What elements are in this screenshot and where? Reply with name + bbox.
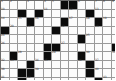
black-cell [61,1,69,9]
clue-number: 36 [78,59,82,62]
clue-number: 15 [18,17,22,20]
clue-number: 12 [69,8,73,11]
white-cell[interactable] [69,44,77,52]
white-cell[interactable] [112,78,116,81]
white-cell[interactable] [52,69,60,77]
white-cell[interactable] [86,1,94,9]
white-cell[interactable]: 41 [1,78,9,81]
white-cell[interactable]: 29 [52,52,60,60]
white-cell[interactable]: 15 [18,18,26,26]
white-cell[interactable] [112,18,116,26]
white-cell[interactable] [103,27,111,35]
white-cell[interactable] [44,35,52,43]
white-cell[interactable] [112,69,116,77]
white-cell[interactable] [95,44,103,52]
white-cell[interactable] [61,10,69,18]
clue-number: 1 [1,0,3,2]
white-cell[interactable] [103,52,111,60]
black-cell [27,61,35,69]
white-cell[interactable] [27,44,35,52]
white-cell[interactable] [78,18,86,26]
white-cell[interactable] [35,44,43,52]
white-cell[interactable] [69,69,77,77]
clue-number: 3 [27,0,29,2]
white-cell[interactable] [69,78,77,81]
white-cell[interactable] [95,35,103,43]
white-cell[interactable] [27,35,35,43]
white-cell[interactable] [10,35,18,43]
clue-number: 43 [103,76,107,79]
white-cell[interactable] [27,52,35,60]
clue-number: 13 [95,8,99,11]
white-cell[interactable]: 18 [86,18,94,26]
white-cell[interactable]: 6 [78,1,86,9]
crossword-puzzle-screenshot: 1234567891011121314151617181920212223242… [0,0,115,80]
clue-number: 41 [1,76,5,79]
white-cell[interactable] [86,78,94,81]
white-cell[interactable] [61,61,69,69]
white-cell[interactable] [18,61,26,69]
white-cell[interactable] [69,35,77,43]
white-cell[interactable] [44,18,52,26]
clue-number: 7 [95,0,97,2]
white-cell[interactable] [112,10,116,18]
white-cell[interactable] [103,61,111,69]
white-cell[interactable]: 23 [95,27,103,35]
clue-number: 19 [103,17,107,20]
clue-number: 21 [27,25,31,28]
white-cell[interactable] [112,35,116,43]
white-cell[interactable] [18,27,26,35]
white-cell[interactable] [10,69,18,77]
white-cell[interactable]: 33 [10,61,18,69]
white-cell[interactable]: 43 [103,78,111,81]
white-cell[interactable] [61,78,69,81]
white-cell[interactable] [69,27,77,35]
white-cell[interactable] [44,69,52,77]
white-cell[interactable]: 21 [27,27,35,35]
clue-number: 4 [44,0,46,2]
clue-number: 5 [52,0,54,2]
white-cell[interactable] [103,35,111,43]
white-cell[interactable]: 9 [112,1,116,9]
clue-number: 20 [10,25,14,28]
black-cell [78,35,86,43]
clue-number: 17 [69,17,73,20]
white-cell[interactable]: 25 [86,35,94,43]
clue-number: 11 [44,8,48,11]
white-cell[interactable] [61,52,69,60]
white-cell[interactable] [44,27,52,35]
black-cell [18,78,26,81]
black-cell [95,78,103,81]
white-cell[interactable] [78,10,86,18]
clue-number: 30 [86,51,90,54]
white-cell[interactable] [52,78,60,81]
white-cell[interactable]: 17 [69,18,77,26]
clue-number: 6 [78,0,80,2]
clue-number: 26 [1,42,5,45]
white-cell[interactable]: 42 [27,78,35,81]
white-cell[interactable] [35,78,43,81]
white-cell[interactable] [69,52,77,60]
white-cell[interactable] [35,27,43,35]
white-cell[interactable] [78,78,86,81]
clue-number: 9 [112,0,114,2]
white-cell[interactable] [35,35,43,43]
white-cell[interactable]: 35 [44,61,52,69]
white-cell[interactable]: 8 [103,1,111,9]
white-cell[interactable]: 36 [78,61,86,69]
white-cell[interactable]: 20 [10,27,18,35]
clue-number: 16 [35,17,39,20]
white-cell[interactable] [10,10,18,18]
clue-number: 32 [1,59,5,62]
white-cell[interactable]: 16 [35,18,43,26]
black-cell [86,69,94,77]
white-cell[interactable]: 26 [1,44,9,52]
clue-number: 25 [86,34,90,37]
white-cell[interactable] [18,1,26,9]
white-cell[interactable]: 13 [95,10,103,18]
white-cell[interactable]: 3 [27,1,35,9]
clue-number: 35 [44,59,48,62]
black-cell [18,69,26,77]
clue-number: 31 [112,51,115,54]
clue-number: 24 [1,34,5,37]
white-cell[interactable] [78,69,86,77]
white-cell[interactable]: 22 [61,27,69,35]
clue-number: 33 [10,59,14,62]
white-cell[interactable] [27,10,35,18]
clue-number: 39 [35,68,39,71]
clue-number: 42 [27,76,31,79]
white-cell[interactable] [78,27,86,35]
white-cell[interactable]: 39 [35,69,43,77]
clue-number: 29 [52,51,56,54]
clue-number: 23 [95,25,99,28]
white-cell[interactable]: 2 [10,1,18,9]
white-cell[interactable] [52,10,60,18]
white-cell[interactable] [69,61,77,69]
white-cell[interactable] [52,61,60,69]
white-cell[interactable] [112,61,116,69]
white-cell[interactable] [103,44,111,52]
clue-number: 14 [1,17,5,20]
clue-number: 40 [95,68,99,71]
white-cell[interactable]: 5 [52,1,60,9]
white-cell[interactable] [44,78,52,81]
white-cell[interactable] [78,44,86,52]
clue-number: 34 [35,59,39,62]
white-cell[interactable]: 31 [112,52,116,60]
black-cell [52,27,60,35]
crossword-board: 1234567891011121314151617181920212223242… [0,0,115,80]
clue-number: 8 [103,0,105,2]
white-cell[interactable] [18,35,26,43]
white-cell[interactable]: 14 [1,18,9,26]
white-cell[interactable]: 40 [95,69,103,77]
white-cell[interactable]: 19 [103,18,111,26]
clue-number: 10 [1,8,5,11]
white-cell[interactable]: 28 [18,52,26,60]
black-cell [44,44,52,52]
clue-number: 22 [61,25,65,28]
clue-number: 28 [18,51,22,54]
white-cell[interactable]: 27 [61,44,69,52]
clue-number: 2 [10,0,12,2]
white-cell[interactable]: 11 [44,10,52,18]
white-cell[interactable] [10,78,18,81]
black-cell [86,61,94,69]
clue-number: 27 [61,42,65,45]
white-cell[interactable] [10,44,18,52]
white-cell[interactable] [52,18,60,26]
clue-number: 38 [1,68,5,71]
white-cell[interactable] [61,69,69,77]
white-cell[interactable] [112,27,116,35]
white-cell[interactable] [52,35,60,43]
clue-number: 37 [95,59,99,62]
white-cell[interactable] [35,1,43,9]
clue-number: 18 [86,17,90,20]
white-cell[interactable]: 30 [86,52,94,60]
